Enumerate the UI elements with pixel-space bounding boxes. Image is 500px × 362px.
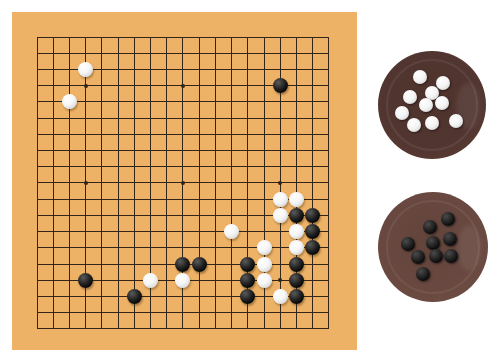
go-board[interactable]	[12, 12, 357, 350]
bowl-black-stone[interactable]	[416, 267, 430, 281]
go-game-scene	[0, 0, 500, 362]
grid-line-horizontal	[37, 328, 330, 329]
bowl-white-stone[interactable]	[407, 118, 421, 132]
grid-line-vertical	[215, 37, 216, 330]
white-stone[interactable]	[289, 192, 304, 207]
white-stone[interactable]	[289, 240, 304, 255]
bowl-white-stone[interactable]	[436, 76, 450, 90]
black-stones-bowl[interactable]	[378, 192, 488, 302]
bowl-white-stone[interactable]	[413, 70, 427, 84]
white-stone[interactable]	[143, 273, 158, 288]
bowl-white-stone[interactable]	[449, 114, 463, 128]
grid-line-horizontal	[37, 231, 330, 232]
black-stone[interactable]	[289, 289, 304, 304]
bowl-white-stone[interactable]	[425, 116, 439, 130]
bowl-white-stone[interactable]	[435, 96, 449, 110]
bowl-white-stone[interactable]	[395, 106, 409, 120]
bowl-black-stone[interactable]	[423, 220, 437, 234]
bowl-highlight	[457, 225, 481, 271]
star-point	[84, 84, 88, 88]
white-stone[interactable]	[78, 62, 93, 77]
black-stone[interactable]	[192, 257, 207, 272]
bowl-black-stone[interactable]	[441, 212, 455, 226]
bowl-black-stone[interactable]	[429, 249, 443, 263]
black-stone[interactable]	[240, 273, 255, 288]
star-point	[181, 84, 185, 88]
bowl-black-stone[interactable]	[444, 249, 458, 263]
black-stone[interactable]	[305, 208, 320, 223]
white-stone[interactable]	[257, 257, 272, 272]
black-stone[interactable]	[305, 224, 320, 239]
grid-line-vertical	[231, 37, 232, 330]
white-stones-bowl[interactable]	[378, 51, 486, 159]
black-stone[interactable]	[289, 208, 304, 223]
white-stone[interactable]	[175, 273, 190, 288]
grid-line-horizontal	[37, 247, 330, 248]
black-stone[interactable]	[305, 240, 320, 255]
white-stone[interactable]	[273, 192, 288, 207]
black-stone[interactable]	[289, 257, 304, 272]
grid-line-horizontal	[37, 312, 330, 313]
grid-line-vertical	[199, 37, 200, 330]
white-stone[interactable]	[224, 224, 239, 239]
white-stone[interactable]	[257, 240, 272, 255]
star-point	[278, 181, 282, 185]
white-stone[interactable]	[62, 94, 77, 109]
black-stone[interactable]	[127, 289, 142, 304]
white-stone[interactable]	[273, 208, 288, 223]
star-point	[278, 278, 282, 282]
star-point	[181, 181, 185, 185]
grid-line-vertical	[328, 37, 329, 330]
black-stone[interactable]	[289, 273, 304, 288]
bowl-black-stone[interactable]	[401, 237, 415, 251]
white-stone[interactable]	[273, 289, 288, 304]
bowl-black-stone[interactable]	[426, 236, 440, 250]
black-stone[interactable]	[78, 273, 93, 288]
bowl-white-stone[interactable]	[419, 98, 433, 112]
black-stone[interactable]	[175, 257, 190, 272]
star-point	[84, 181, 88, 185]
bowl-white-stone[interactable]	[403, 90, 417, 104]
black-stone[interactable]	[240, 289, 255, 304]
white-stone[interactable]	[257, 273, 272, 288]
grid-line-vertical	[312, 37, 313, 330]
bowl-black-stone[interactable]	[411, 250, 425, 264]
white-stone[interactable]	[289, 224, 304, 239]
black-stone[interactable]	[273, 78, 288, 93]
black-stone[interactable]	[240, 257, 255, 272]
bowl-black-stone[interactable]	[443, 232, 457, 246]
